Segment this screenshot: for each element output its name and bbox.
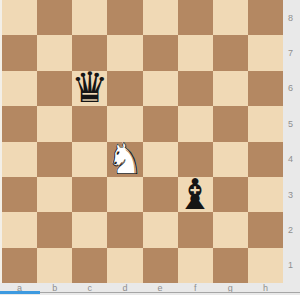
square-d1[interactable] <box>107 248 142 283</box>
square-b5[interactable] <box>37 106 72 141</box>
square-e4[interactable] <box>143 142 178 177</box>
rank-label-3: 3 <box>283 177 300 212</box>
square-b3[interactable] <box>37 177 72 212</box>
square-a1[interactable] <box>2 248 37 283</box>
square-g4[interactable] <box>213 142 248 177</box>
square-d8[interactable] <box>107 0 142 35</box>
square-c6[interactable]: ♛ <box>72 71 107 106</box>
square-d6[interactable] <box>107 71 142 106</box>
chess-board-app: ♛♞♘♝ 87654321 abcdefgh <box>0 0 300 295</box>
square-f1[interactable] <box>178 248 213 283</box>
square-g8[interactable] <box>213 0 248 35</box>
square-h1[interactable] <box>248 248 283 283</box>
square-e2[interactable] <box>143 212 178 247</box>
rank-labels: 87654321 <box>283 0 300 283</box>
square-g5[interactable] <box>213 106 248 141</box>
square-e6[interactable] <box>143 71 178 106</box>
file-coordinates-gutter: abcdefgh <box>0 283 300 295</box>
chess-board: ♛♞♘♝ <box>2 0 283 283</box>
square-a8[interactable] <box>2 0 37 35</box>
rank-label-8: 8 <box>283 0 300 35</box>
piece-black-bishop[interactable]: ♝ <box>178 177 213 212</box>
scrollbar-track[interactable] <box>0 292 300 293</box>
square-d2[interactable] <box>107 212 142 247</box>
square-e3[interactable] <box>143 177 178 212</box>
square-e8[interactable] <box>143 0 178 35</box>
square-e5[interactable] <box>143 106 178 141</box>
square-a7[interactable] <box>2 35 37 70</box>
square-f6[interactable] <box>178 71 213 106</box>
square-f3[interactable]: ♝ <box>178 177 213 212</box>
square-c1[interactable] <box>72 248 107 283</box>
square-b8[interactable] <box>37 0 72 35</box>
square-b1[interactable] <box>37 248 72 283</box>
square-a4[interactable] <box>2 142 37 177</box>
square-e7[interactable] <box>143 35 178 70</box>
square-g2[interactable] <box>213 212 248 247</box>
square-g3[interactable] <box>213 177 248 212</box>
rank-label-5: 5 <box>283 106 300 141</box>
square-d4[interactable]: ♞♘ <box>107 142 142 177</box>
square-h4[interactable] <box>248 142 283 177</box>
rank-label-7: 7 <box>283 35 300 70</box>
square-f7[interactable] <box>178 35 213 70</box>
square-b6[interactable] <box>37 71 72 106</box>
square-c8[interactable] <box>72 0 107 35</box>
square-a6[interactable] <box>2 71 37 106</box>
square-c3[interactable] <box>72 177 107 212</box>
square-h2[interactable] <box>248 212 283 247</box>
rank-label-2: 2 <box>283 212 300 247</box>
square-e1[interactable] <box>143 248 178 283</box>
rank-label-1: 1 <box>283 248 300 283</box>
square-h3[interactable] <box>248 177 283 212</box>
square-b2[interactable] <box>37 212 72 247</box>
piece-white-knight[interactable]: ♘ <box>107 142 142 177</box>
square-f8[interactable] <box>178 0 213 35</box>
square-h7[interactable] <box>248 35 283 70</box>
rank-label-6: 6 <box>283 71 300 106</box>
square-a3[interactable] <box>2 177 37 212</box>
scrollbar-thumb[interactable] <box>0 291 40 294</box>
square-b4[interactable] <box>37 142 72 177</box>
square-h8[interactable] <box>248 0 283 35</box>
square-h6[interactable] <box>248 71 283 106</box>
square-g6[interactable] <box>213 71 248 106</box>
square-f5[interactable] <box>178 106 213 141</box>
square-a2[interactable] <box>2 212 37 247</box>
square-h5[interactable] <box>248 106 283 141</box>
rank-coordinates-gutter: 87654321 <box>283 0 300 295</box>
square-c2[interactable] <box>72 212 107 247</box>
square-c4[interactable] <box>72 142 107 177</box>
square-g1[interactable] <box>213 248 248 283</box>
square-b7[interactable] <box>37 35 72 70</box>
square-g7[interactable] <box>213 35 248 70</box>
square-d7[interactable] <box>107 35 142 70</box>
rank-label-4: 4 <box>283 142 300 177</box>
square-a5[interactable] <box>2 106 37 141</box>
piece-black-queen[interactable]: ♛ <box>72 71 107 106</box>
